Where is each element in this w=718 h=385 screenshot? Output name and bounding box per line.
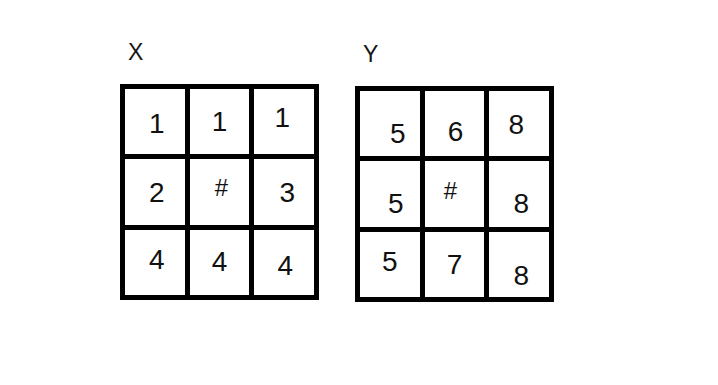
cell-value: 7 [447, 251, 463, 279]
cell-value: 4 [212, 248, 228, 276]
cell-value: 6 [448, 118, 464, 146]
cell-y-r1c2: 6 [425, 91, 485, 156]
cell-x-r2c3: 3 [254, 159, 314, 224]
cell-value: 4 [149, 246, 165, 274]
cell-value: 5 [390, 120, 406, 148]
cell-value: # [215, 174, 228, 202]
cell-value: 5 [388, 190, 404, 218]
board-y: 5 6 8 5 # 8 5 7 8 [355, 86, 554, 302]
board-label-y: Y [363, 43, 378, 66]
cell-value: 4 [277, 252, 293, 280]
cell-value: 3 [279, 179, 295, 207]
cell-y-r3c3: 8 [489, 232, 549, 297]
cell-y-r1c3: 8 [489, 91, 549, 156]
cell-y-r3c2: 7 [425, 232, 485, 297]
board-x: 1 1 1 2 # 3 4 4 4 [120, 84, 319, 300]
cell-y-r2c3: 8 [489, 161, 549, 226]
cell-value: # [444, 177, 457, 205]
cell-x-r3c1: 4 [125, 230, 185, 295]
cell-value: 8 [513, 190, 529, 218]
cell-value: 5 [382, 248, 398, 276]
cell-x-r2c1: 2 [125, 159, 185, 224]
cell-value: 1 [149, 110, 165, 138]
board-label-x: X [128, 41, 143, 64]
cell-y-r3c1: 5 [360, 232, 420, 297]
cell-y-r2c1: 5 [360, 161, 420, 226]
cell-value: 2 [149, 179, 165, 207]
cell-x-r2c2: # [190, 159, 250, 224]
cell-value: 8 [508, 111, 524, 139]
cell-y-r1c1: 5 [360, 91, 420, 156]
cell-value: 1 [274, 104, 290, 132]
cell-value: 1 [212, 108, 228, 136]
cell-x-r1c1: 1 [125, 89, 185, 154]
cell-x-r1c3: 1 [254, 89, 314, 154]
cell-x-r3c3: 4 [254, 230, 314, 295]
cell-y-r2c2: # [425, 161, 485, 226]
cell-value: 8 [513, 262, 529, 290]
puzzle-canvas: X 1 1 1 2 # 3 4 4 4 Y 5 6 8 5 # 8 5 7 8 [0, 0, 718, 385]
cell-x-r3c2: 4 [190, 230, 250, 295]
cell-x-r1c2: 1 [190, 89, 250, 154]
